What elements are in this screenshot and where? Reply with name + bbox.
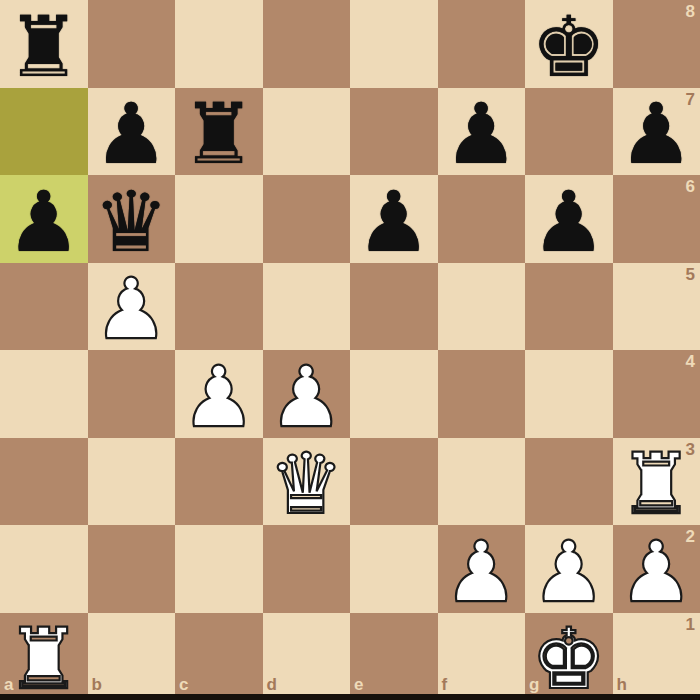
square-e4[interactable] <box>350 350 438 438</box>
square-f8[interactable] <box>438 0 526 88</box>
square-c8[interactable] <box>175 0 263 88</box>
square-b2[interactable] <box>88 525 176 613</box>
square-a4[interactable] <box>0 350 88 438</box>
square-c7[interactable]: ♜ <box>175 88 263 176</box>
square-b3[interactable] <box>88 438 176 526</box>
square-a2[interactable] <box>0 525 88 613</box>
square-b6[interactable]: ♛ <box>88 175 176 263</box>
square-b1[interactable]: b <box>88 613 176 700</box>
square-g6[interactable]: ♟ <box>525 175 613 263</box>
square-f6[interactable] <box>438 175 526 263</box>
square-d2[interactable] <box>263 525 351 613</box>
square-c5[interactable] <box>175 263 263 351</box>
square-f4[interactable] <box>438 350 526 438</box>
piece-white-rook[interactable]: ♜ <box>6 617 81 700</box>
piece-black-rook[interactable]: ♜ <box>181 92 256 176</box>
chess-app: ♜♚8♟♜♟♟7♟♛♟♟6♟5♟♟4♛♜3♟♟♟2♜abcdef♚g1h <box>0 0 700 700</box>
square-h5[interactable]: 5 <box>613 263 700 351</box>
piece-black-rook[interactable]: ♜ <box>6 5 81 89</box>
square-d8[interactable] <box>263 0 351 88</box>
piece-black-pawn[interactable]: ♟ <box>6 180 81 264</box>
square-h8[interactable]: 8 <box>613 0 700 88</box>
square-b8[interactable] <box>88 0 176 88</box>
square-d3[interactable]: ♛ <box>263 438 351 526</box>
square-f2[interactable]: ♟ <box>438 525 526 613</box>
square-h2[interactable]: ♟2 <box>613 525 700 613</box>
chess-board: ♜♚8♟♜♟♟7♟♛♟♟6♟5♟♟4♛♜3♟♟♟2♜abcdef♚g1h <box>0 0 700 700</box>
square-g1[interactable]: ♚g <box>525 613 613 700</box>
piece-white-pawn[interactable]: ♟ <box>531 530 606 614</box>
bottom-bar <box>0 694 700 700</box>
piece-white-pawn[interactable]: ♟ <box>94 267 169 351</box>
square-a6[interactable]: ♟ <box>0 175 88 263</box>
square-c6[interactable] <box>175 175 263 263</box>
square-h4[interactable]: 4 <box>613 350 700 438</box>
square-h7[interactable]: ♟7 <box>613 88 700 176</box>
rank-label-8: 8 <box>686 3 695 20</box>
file-label-h: h <box>617 676 627 693</box>
square-d4[interactable]: ♟ <box>263 350 351 438</box>
square-d7[interactable] <box>263 88 351 176</box>
square-h3[interactable]: ♜3 <box>613 438 700 526</box>
square-a1[interactable]: ♜a <box>0 613 88 700</box>
file-label-d: d <box>267 676 277 693</box>
piece-white-pawn[interactable]: ♟ <box>619 530 694 614</box>
square-a3[interactable] <box>0 438 88 526</box>
square-e5[interactable] <box>350 263 438 351</box>
square-b5[interactable]: ♟ <box>88 263 176 351</box>
piece-black-pawn[interactable]: ♟ <box>619 92 694 176</box>
piece-black-queen[interactable]: ♛ <box>94 180 169 264</box>
square-d1[interactable]: d <box>263 613 351 700</box>
square-e1[interactable]: e <box>350 613 438 700</box>
square-h6[interactable]: 6 <box>613 175 700 263</box>
square-a7[interactable] <box>0 88 88 176</box>
piece-white-pawn[interactable]: ♟ <box>181 355 256 439</box>
piece-white-queen[interactable]: ♛ <box>269 442 344 526</box>
square-h1[interactable]: 1h <box>613 613 700 700</box>
square-g5[interactable] <box>525 263 613 351</box>
piece-white-pawn[interactable]: ♟ <box>269 355 344 439</box>
rank-label-1: 1 <box>686 616 695 633</box>
piece-black-pawn[interactable]: ♟ <box>356 180 431 264</box>
square-f7[interactable]: ♟ <box>438 88 526 176</box>
square-f3[interactable] <box>438 438 526 526</box>
square-e8[interactable] <box>350 0 438 88</box>
square-d5[interactable] <box>263 263 351 351</box>
piece-white-rook[interactable]: ♜ <box>619 442 694 526</box>
square-g3[interactable] <box>525 438 613 526</box>
square-c3[interactable] <box>175 438 263 526</box>
square-g2[interactable]: ♟ <box>525 525 613 613</box>
square-g4[interactable] <box>525 350 613 438</box>
square-e7[interactable] <box>350 88 438 176</box>
rank-label-5: 5 <box>686 266 695 283</box>
square-e3[interactable] <box>350 438 438 526</box>
file-label-f: f <box>442 676 448 693</box>
square-g7[interactable] <box>525 88 613 176</box>
file-label-b: b <box>92 676 102 693</box>
piece-black-king[interactable]: ♚ <box>531 5 606 89</box>
rank-label-4: 4 <box>686 353 695 370</box>
file-label-e: e <box>354 676 363 693</box>
square-b7[interactable]: ♟ <box>88 88 176 176</box>
square-f5[interactable] <box>438 263 526 351</box>
square-c2[interactable] <box>175 525 263 613</box>
piece-white-pawn[interactable]: ♟ <box>444 530 519 614</box>
square-a8[interactable]: ♜ <box>0 0 88 88</box>
piece-black-pawn[interactable]: ♟ <box>444 92 519 176</box>
square-d6[interactable] <box>263 175 351 263</box>
file-label-c: c <box>179 676 188 693</box>
square-e6[interactable]: ♟ <box>350 175 438 263</box>
piece-black-pawn[interactable]: ♟ <box>94 92 169 176</box>
square-g8[interactable]: ♚ <box>525 0 613 88</box>
piece-white-king[interactable]: ♚ <box>531 617 606 700</box>
square-f1[interactable]: f <box>438 613 526 700</box>
square-a5[interactable] <box>0 263 88 351</box>
square-e2[interactable] <box>350 525 438 613</box>
square-c4[interactable]: ♟ <box>175 350 263 438</box>
rank-label-6: 6 <box>686 178 695 195</box>
square-b4[interactable] <box>88 350 176 438</box>
square-c1[interactable]: c <box>175 613 263 700</box>
piece-black-pawn[interactable]: ♟ <box>531 180 606 264</box>
